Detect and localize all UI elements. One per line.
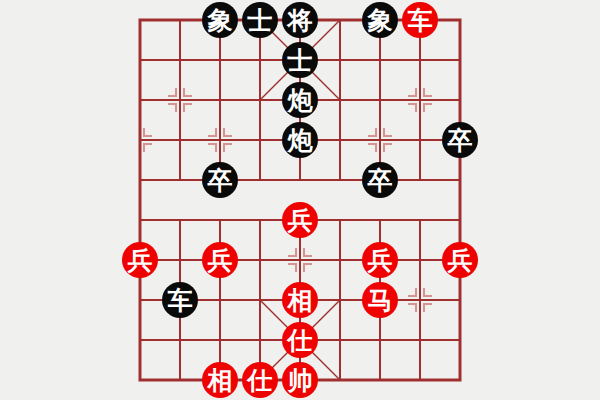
piece-black-elephant[interactable]: 象 <box>202 2 238 38</box>
xiangqi-app: 象士将象车士炮炮卒卒卒兵兵兵兵兵车相马仕相仕帅 <box>0 0 600 400</box>
piece-red-soldier[interactable]: 兵 <box>282 202 318 238</box>
piece-red-horse[interactable]: 马 <box>362 282 398 318</box>
xiangqi-board[interactable]: 象士将象车士炮炮卒卒卒兵兵兵兵兵车相马仕相仕帅 <box>140 20 460 380</box>
piece-red-soldier[interactable]: 兵 <box>122 242 158 278</box>
piece-red-soldier[interactable]: 兵 <box>202 242 238 278</box>
piece-black-cannon[interactable]: 炮 <box>282 122 318 158</box>
piece-black-advisor[interactable]: 士 <box>242 2 278 38</box>
piece-red-soldier[interactable]: 兵 <box>362 242 398 278</box>
piece-black-advisor[interactable]: 士 <box>282 42 318 78</box>
piece-black-general[interactable]: 将 <box>282 2 318 38</box>
piece-black-cannon[interactable]: 炮 <box>282 82 318 118</box>
piece-red-chariot[interactable]: 车 <box>402 2 438 38</box>
piece-red-elephant[interactable]: 相 <box>202 362 238 398</box>
piece-red-king[interactable]: 帅 <box>282 362 318 398</box>
piece-red-elephant[interactable]: 相 <box>282 282 318 318</box>
piece-red-soldier[interactable]: 兵 <box>442 242 478 278</box>
piece-black-soldier[interactable]: 卒 <box>362 162 398 198</box>
piece-black-chariot[interactable]: 车 <box>162 282 198 318</box>
piece-black-elephant[interactable]: 象 <box>362 2 398 38</box>
piece-black-soldier[interactable]: 卒 <box>442 122 478 158</box>
piece-black-soldier[interactable]: 卒 <box>202 162 238 198</box>
piece-red-advisor[interactable]: 仕 <box>242 362 278 398</box>
piece-red-advisor[interactable]: 仕 <box>282 322 318 358</box>
